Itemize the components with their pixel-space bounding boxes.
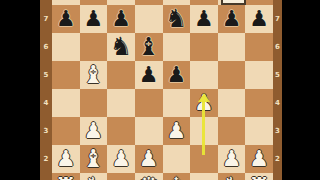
square-h2[interactable]: ♟ [245, 145, 273, 173]
square-f6[interactable] [190, 33, 218, 61]
square-h6[interactable] [245, 33, 273, 61]
square-a4[interactable] [52, 89, 80, 117]
piece-white-pawn-d2[interactable]: ♟ [139, 145, 159, 173]
piece-black-pawn-f7[interactable]: ♟ [194, 5, 214, 33]
square-e2[interactable] [163, 145, 191, 173]
square-e3[interactable]: ♟ [163, 117, 191, 145]
move-arrow-head [198, 93, 210, 102]
square-d4[interactable] [135, 89, 163, 117]
piece-black-pawn-c7[interactable]: ♟ [111, 5, 131, 33]
piece-white-pawn-g2[interactable]: ♟ [222, 145, 242, 173]
square-g2[interactable]: ♟ [218, 145, 246, 173]
rank-label-6-right: 6 [273, 43, 282, 51]
square-f7[interactable]: ♟ [190, 5, 218, 33]
square-h3[interactable] [245, 117, 273, 145]
piece-white-pawn-h2[interactable]: ♟ [249, 145, 269, 173]
chess-board: 87654321 ♜♝♛♚♜♟♟♟♞♟♟♟♞♝♝♟♟♟♟♟♟♝♟♟♟♟♜♞♛♚♞… [40, 0, 282, 180]
rank-label-2-right: 2 [273, 155, 282, 163]
rank-label-3-right: 3 [273, 127, 282, 135]
square-a5[interactable] [52, 61, 80, 89]
square-a7[interactable]: ♟ [52, 5, 80, 33]
board-grid: ♜♝♛♚♜♟♟♟♞♟♟♟♞♝♝♟♟♟♟♟♟♝♟♟♟♟♜♞♛♚♞♜ [52, 0, 273, 180]
piece-black-knight-c6[interactable]: ♞ [110, 33, 132, 61]
square-e4[interactable] [163, 89, 191, 117]
square-d5[interactable]: ♟ [135, 61, 163, 89]
square-b7[interactable]: ♟ [80, 5, 108, 33]
square-c4[interactable] [107, 89, 135, 117]
piece-black-knight-e7[interactable]: ♞ [165, 5, 187, 33]
square-g8[interactable] [218, 0, 246, 5]
video-frame: 87654321 ♜♝♛♚♜♟♟♟♞♟♟♟♞♝♝♟♟♟♟♟♟♝♟♟♟♟♜♞♛♚♞… [0, 0, 320, 180]
square-h5[interactable] [245, 61, 273, 89]
piece-black-pawn-g7[interactable]: ♟ [222, 5, 242, 33]
square-e7[interactable]: ♞ [163, 5, 191, 33]
rank-labels-right: 87654321 [273, 0, 282, 180]
square-f1[interactable] [190, 173, 218, 180]
square-g6[interactable] [218, 33, 246, 61]
square-h1[interactable]: ♜ [245, 173, 273, 180]
piece-white-bishop-b5[interactable]: ♝ [82, 61, 104, 89]
rank-label-4-right: 4 [273, 99, 282, 107]
square-g4[interactable] [218, 89, 246, 117]
piece-black-bishop-d6[interactable]: ♝ [137, 33, 159, 61]
square-b2[interactable]: ♝ [80, 145, 108, 173]
rank-labels-left: 87654321 [40, 0, 52, 180]
square-f5[interactable] [190, 61, 218, 89]
square-d7[interactable] [135, 5, 163, 33]
square-g5[interactable] [218, 61, 246, 89]
square-b5[interactable]: ♝ [80, 61, 108, 89]
square-d3[interactable] [135, 117, 163, 145]
square-e5[interactable]: ♟ [163, 61, 191, 89]
piece-black-pawn-a7[interactable]: ♟ [56, 5, 76, 33]
square-g3[interactable] [218, 117, 246, 145]
piece-white-knight-b1[interactable]: ♞ [82, 173, 104, 180]
piece-white-rook-a1[interactable]: ♜ [55, 173, 77, 180]
piece-white-bishop-b2[interactable]: ♝ [82, 145, 104, 173]
cropped-overlay-artifact [221, 0, 246, 5]
piece-black-pawn-e5[interactable]: ♟ [166, 61, 186, 89]
piece-white-king-e1[interactable]: ♚ [165, 173, 187, 180]
square-a3[interactable] [52, 117, 80, 145]
piece-white-rook-h1[interactable]: ♜ [248, 173, 270, 180]
piece-black-pawn-b7[interactable]: ♟ [84, 5, 104, 33]
square-h4[interactable] [245, 89, 273, 117]
move-arrow-line [202, 101, 205, 155]
square-c6[interactable]: ♞ [107, 33, 135, 61]
square-g1[interactable]: ♞ [218, 173, 246, 180]
piece-white-pawn-b3[interactable]: ♟ [84, 117, 104, 145]
square-c3[interactable] [107, 117, 135, 145]
piece-black-pawn-d5[interactable]: ♟ [139, 61, 159, 89]
rank-label-2-left: 2 [40, 155, 52, 163]
rank-label-4-left: 4 [40, 99, 52, 107]
square-a1[interactable]: ♜ [52, 173, 80, 180]
rank-label-3-left: 3 [40, 127, 52, 135]
square-e6[interactable] [163, 33, 191, 61]
square-c7[interactable]: ♟ [107, 5, 135, 33]
square-h7[interactable]: ♟ [245, 5, 273, 33]
square-b6[interactable] [80, 33, 108, 61]
piece-white-pawn-a2[interactable]: ♟ [56, 145, 76, 173]
square-d1[interactable]: ♛ [135, 173, 163, 180]
square-c2[interactable]: ♟ [107, 145, 135, 173]
square-b3[interactable]: ♟ [80, 117, 108, 145]
square-b4[interactable] [80, 89, 108, 117]
rank-label-6-left: 6 [40, 43, 52, 51]
square-d6[interactable]: ♝ [135, 33, 163, 61]
square-a2[interactable]: ♟ [52, 145, 80, 173]
rank-label-5-right: 5 [273, 71, 282, 79]
square-e1[interactable]: ♚ [163, 173, 191, 180]
square-c1[interactable] [107, 173, 135, 180]
square-c5[interactable] [107, 61, 135, 89]
piece-white-pawn-e3[interactable]: ♟ [166, 117, 186, 145]
rank-label-7-left: 7 [40, 15, 52, 23]
piece-white-pawn-c2[interactable]: ♟ [111, 145, 131, 173]
rank-label-5-left: 5 [40, 71, 52, 79]
square-g7[interactable]: ♟ [218, 5, 246, 33]
piece-black-pawn-h7[interactable]: ♟ [249, 5, 269, 33]
square-b1[interactable]: ♞ [80, 173, 108, 180]
square-a6[interactable] [52, 33, 80, 61]
board-squares: ♜♝♛♚♜♟♟♟♞♟♟♟♞♝♝♟♟♟♟♟♟♝♟♟♟♟♜♞♛♚♞♜ [52, 0, 273, 180]
square-d2[interactable]: ♟ [135, 145, 163, 173]
piece-white-queen-d1[interactable]: ♛ [137, 173, 159, 180]
rank-label-7-right: 7 [273, 15, 282, 23]
piece-white-knight-g1[interactable]: ♞ [220, 173, 242, 180]
